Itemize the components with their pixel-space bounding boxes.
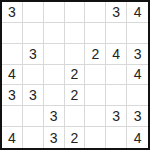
cell-r7c6[interactable] (106, 127, 127, 148)
cell-r4c4[interactable]: 2 (65, 65, 86, 86)
cell-r7c5[interactable] (85, 127, 106, 148)
cell-r6c6[interactable]: 3 (106, 106, 127, 127)
puzzle-board: 33432434243323334324 (0, 0, 150, 150)
cell-r7c3[interactable]: 3 (44, 127, 65, 148)
cell-r2c3[interactable] (44, 23, 65, 44)
cell-r1c2[interactable] (23, 2, 44, 23)
cell-r3c3[interactable] (44, 44, 65, 65)
cell-r6c5[interactable] (85, 106, 106, 127)
cell-r6c1[interactable] (2, 106, 23, 127)
cell-r2c4[interactable] (65, 23, 86, 44)
cell-r3c6[interactable]: 4 (106, 44, 127, 65)
cell-r6c2[interactable] (23, 106, 44, 127)
cell-r1c4[interactable] (65, 2, 86, 23)
cell-r3c7[interactable]: 3 (127, 44, 148, 65)
cell-r5c1[interactable]: 3 (2, 85, 23, 106)
cell-r2c2[interactable] (23, 23, 44, 44)
cell-r1c1[interactable]: 3 (2, 2, 23, 23)
cell-r1c6[interactable]: 3 (106, 2, 127, 23)
cell-r1c3[interactable] (44, 2, 65, 23)
cell-r4c1[interactable]: 4 (2, 65, 23, 86)
cell-r5c4[interactable]: 2 (65, 85, 86, 106)
cell-r3c4[interactable] (65, 44, 86, 65)
cell-r7c1[interactable]: 4 (2, 127, 23, 148)
cell-r3c5[interactable]: 2 (85, 44, 106, 65)
cell-r5c2[interactable]: 3 (23, 85, 44, 106)
cell-r3c1[interactable] (2, 44, 23, 65)
cell-r3c2[interactable]: 3 (23, 44, 44, 65)
cell-r5c7[interactable] (127, 85, 148, 106)
cell-r5c6[interactable] (106, 85, 127, 106)
cell-r4c3[interactable] (44, 65, 65, 86)
cell-r2c1[interactable] (2, 23, 23, 44)
cell-r2c5[interactable] (85, 23, 106, 44)
cell-r7c7[interactable]: 4 (127, 127, 148, 148)
cell-r6c7[interactable]: 3 (127, 106, 148, 127)
cell-r4c2[interactable] (23, 65, 44, 86)
cell-r4c7[interactable]: 4 (127, 65, 148, 86)
cell-r5c5[interactable] (85, 85, 106, 106)
cell-r4c6[interactable] (106, 65, 127, 86)
cell-r5c3[interactable] (44, 85, 65, 106)
cell-r6c3[interactable]: 3 (44, 106, 65, 127)
cell-r6c4[interactable] (65, 106, 86, 127)
cell-r2c6[interactable] (106, 23, 127, 44)
cell-r1c5[interactable] (85, 2, 106, 23)
cell-r2c7[interactable] (127, 23, 148, 44)
cell-r4c5[interactable] (85, 65, 106, 86)
cell-r7c2[interactable] (23, 127, 44, 148)
cell-r7c4[interactable]: 2 (65, 127, 86, 148)
cell-r1c7[interactable]: 4 (127, 2, 148, 23)
